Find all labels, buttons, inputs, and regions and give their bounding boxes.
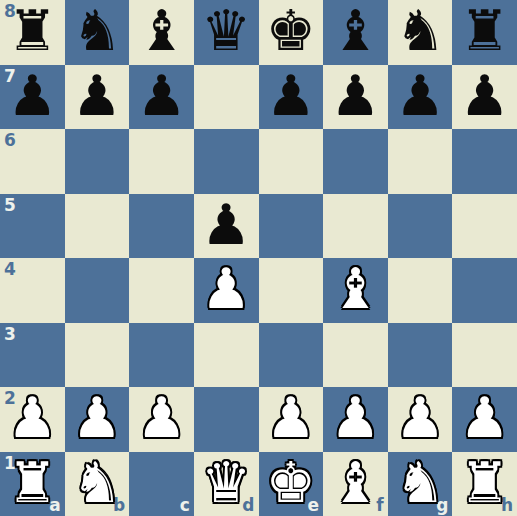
square-c7[interactable]: ♟	[129, 65, 194, 130]
white-bishop[interactable]: ♝	[330, 455, 380, 511]
white-pawn[interactable]: ♟	[395, 390, 445, 446]
square-b2[interactable]: ♟	[65, 387, 130, 452]
white-rook[interactable]: ♜	[460, 455, 510, 511]
square-b5[interactable]	[65, 194, 130, 259]
square-a2[interactable]: 2♟	[0, 387, 65, 452]
square-a7[interactable]: 7♟	[0, 65, 65, 130]
chess-board: 8♜♞♝♛♚♝♞♜7♟♟♟♟♟♟♟65♟4♟♝32♟♟♟♟♟♟♟1a♜b♞cd♛…	[0, 0, 517, 516]
square-a6[interactable]: 6	[0, 129, 65, 194]
square-e6[interactable]	[259, 129, 324, 194]
black-pawn[interactable]: ♟	[201, 197, 251, 253]
file-label-c: c	[180, 495, 190, 515]
square-d2[interactable]	[194, 387, 259, 452]
square-h5[interactable]	[452, 194, 517, 259]
rank-label-6: 6	[4, 130, 16, 150]
square-d4[interactable]: ♟	[194, 258, 259, 323]
square-h4[interactable]	[452, 258, 517, 323]
square-g7[interactable]: ♟	[388, 65, 453, 130]
square-f2[interactable]: ♟	[323, 387, 388, 452]
black-knight[interactable]: ♞	[395, 3, 445, 59]
square-b1[interactable]: b♞	[65, 452, 130, 516]
square-c4[interactable]	[129, 258, 194, 323]
square-h1[interactable]: h♜	[452, 452, 517, 516]
rank-label-5: 5	[4, 195, 16, 215]
white-queen[interactable]: ♛	[201, 455, 251, 511]
square-c8[interactable]: ♝	[129, 0, 194, 65]
square-e2[interactable]: ♟	[259, 387, 324, 452]
black-queen[interactable]: ♛	[201, 3, 251, 59]
square-f6[interactable]	[323, 129, 388, 194]
square-g4[interactable]	[388, 258, 453, 323]
rank-label-3: 3	[4, 324, 16, 344]
square-h6[interactable]	[452, 129, 517, 194]
white-pawn[interactable]: ♟	[460, 390, 510, 446]
square-a8[interactable]: 8♜	[0, 0, 65, 65]
square-b8[interactable]: ♞	[65, 0, 130, 65]
black-king[interactable]: ♚	[266, 3, 316, 59]
black-bishop[interactable]: ♝	[330, 3, 380, 59]
square-f1[interactable]: f♝	[323, 452, 388, 516]
square-e1[interactable]: e♚	[259, 452, 324, 516]
square-d7[interactable]	[194, 65, 259, 130]
square-g2[interactable]: ♟	[388, 387, 453, 452]
white-rook[interactable]: ♜	[7, 455, 57, 511]
square-e8[interactable]: ♚	[259, 0, 324, 65]
square-c3[interactable]	[129, 323, 194, 388]
square-d1[interactable]: d♛	[194, 452, 259, 516]
square-e7[interactable]: ♟	[259, 65, 324, 130]
square-e5[interactable]	[259, 194, 324, 259]
square-d5[interactable]: ♟	[194, 194, 259, 259]
square-h3[interactable]	[452, 323, 517, 388]
square-e4[interactable]	[259, 258, 324, 323]
white-pawn[interactable]: ♟	[7, 390, 57, 446]
square-b3[interactable]	[65, 323, 130, 388]
square-a4[interactable]: 4	[0, 258, 65, 323]
white-knight[interactable]: ♞	[72, 455, 122, 511]
white-pawn[interactable]: ♟	[72, 390, 122, 446]
square-a1[interactable]: 1a♜	[0, 452, 65, 516]
black-rook[interactable]: ♜	[7, 3, 57, 59]
square-f5[interactable]	[323, 194, 388, 259]
black-pawn[interactable]: ♟	[330, 68, 380, 124]
black-pawn[interactable]: ♟	[460, 68, 510, 124]
square-f8[interactable]: ♝	[323, 0, 388, 65]
black-pawn[interactable]: ♟	[72, 68, 122, 124]
square-a5[interactable]: 5	[0, 194, 65, 259]
white-king[interactable]: ♚	[266, 455, 316, 511]
square-c5[interactable]	[129, 194, 194, 259]
square-f7[interactable]: ♟	[323, 65, 388, 130]
square-c6[interactable]	[129, 129, 194, 194]
black-pawn[interactable]: ♟	[7, 68, 57, 124]
black-pawn[interactable]: ♟	[266, 68, 316, 124]
square-b4[interactable]	[65, 258, 130, 323]
square-h2[interactable]: ♟	[452, 387, 517, 452]
black-pawn[interactable]: ♟	[395, 68, 445, 124]
square-d8[interactable]: ♛	[194, 0, 259, 65]
square-h7[interactable]: ♟	[452, 65, 517, 130]
square-g6[interactable]	[388, 129, 453, 194]
white-bishop[interactable]: ♝	[330, 261, 380, 317]
white-pawn[interactable]: ♟	[266, 390, 316, 446]
square-a3[interactable]: 3	[0, 323, 65, 388]
black-bishop[interactable]: ♝	[136, 3, 186, 59]
square-b7[interactable]: ♟	[65, 65, 130, 130]
square-g8[interactable]: ♞	[388, 0, 453, 65]
square-c1[interactable]: c	[129, 452, 194, 516]
square-g3[interactable]	[388, 323, 453, 388]
square-e3[interactable]	[259, 323, 324, 388]
square-d3[interactable]	[194, 323, 259, 388]
square-g1[interactable]: g♞	[388, 452, 453, 516]
white-pawn[interactable]: ♟	[330, 390, 380, 446]
white-pawn[interactable]: ♟	[201, 261, 251, 317]
white-pawn[interactable]: ♟	[136, 390, 186, 446]
black-rook[interactable]: ♜	[460, 3, 510, 59]
rank-label-4: 4	[4, 259, 16, 279]
black-pawn[interactable]: ♟	[136, 68, 186, 124]
square-f4[interactable]: ♝	[323, 258, 388, 323]
square-c2[interactable]: ♟	[129, 387, 194, 452]
white-knight[interactable]: ♞	[395, 455, 445, 511]
square-b6[interactable]	[65, 129, 130, 194]
black-knight[interactable]: ♞	[72, 3, 122, 59]
square-d6[interactable]	[194, 129, 259, 194]
square-f3[interactable]	[323, 323, 388, 388]
square-h8[interactable]: ♜	[452, 0, 517, 65]
square-g5[interactable]	[388, 194, 453, 259]
